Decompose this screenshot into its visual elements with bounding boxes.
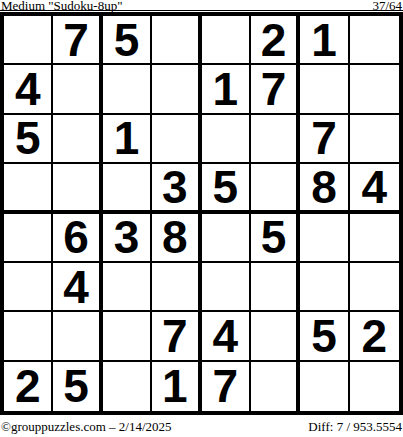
cell-r5c6-given-5: 5	[251, 214, 300, 263]
sudoku-board: 752141751735846385474522517	[0, 12, 403, 415]
copyright-date: ©grouppuzzles.com – 2/14/2025	[1, 419, 172, 435]
cell-r2c2-empty[interactable]	[53, 65, 102, 114]
cell-r5c7-empty[interactable]	[300, 214, 349, 263]
cell-r4c4-given-3: 3	[152, 164, 201, 213]
cell-r4c7-given-8: 8	[300, 164, 349, 213]
cell-r7c8-given-2: 2	[350, 312, 399, 361]
cell-r8c5-given-7: 7	[202, 362, 251, 411]
cell-r8c8-empty[interactable]	[350, 362, 399, 411]
puzzle-page: Medium "Sudoku-8up" 37/64 75214175173584…	[0, 0, 403, 437]
cell-r7c2-empty[interactable]	[53, 312, 102, 361]
cell-r8c2-given-5: 5	[53, 362, 102, 411]
cell-r1c1-empty[interactable]	[4, 16, 53, 65]
cell-r1c5-empty[interactable]	[202, 16, 251, 65]
cell-r1c4-empty[interactable]	[152, 16, 201, 65]
cell-r8c4-given-1: 1	[152, 362, 201, 411]
cell-r1c7-given-1: 1	[300, 16, 349, 65]
cell-r5c1-empty[interactable]	[4, 214, 53, 263]
cell-r6c6-empty[interactable]	[251, 263, 300, 312]
cell-r8c1-given-2: 2	[4, 362, 53, 411]
cell-r7c5-given-4: 4	[202, 312, 251, 361]
cell-r1c6-given-2: 2	[251, 16, 300, 65]
cell-r3c7-given-7: 7	[300, 115, 349, 164]
cell-r6c7-empty[interactable]	[300, 263, 349, 312]
cell-r6c8-empty[interactable]	[350, 263, 399, 312]
cell-r5c2-given-6: 6	[53, 214, 102, 263]
cell-r5c3-given-3: 3	[103, 214, 152, 263]
cell-r7c3-empty[interactable]	[103, 312, 152, 361]
page-header: Medium "Sudoku-8up" 37/64	[0, 0, 403, 11]
cell-r6c3-empty[interactable]	[103, 263, 152, 312]
cell-r3c3-given-1: 1	[103, 115, 152, 164]
cell-r6c4-empty[interactable]	[152, 263, 201, 312]
cell-r7c4-given-7: 7	[152, 312, 201, 361]
cell-r3c8-empty[interactable]	[350, 115, 399, 164]
cell-r7c7-given-5: 5	[300, 312, 349, 361]
cell-r5c5-empty[interactable]	[202, 214, 251, 263]
cell-r4c1-empty[interactable]	[4, 164, 53, 213]
cell-r3c1-given-5: 5	[4, 115, 53, 164]
difficulty-value: Diff: 7 / 953.5554	[308, 419, 402, 435]
cell-r8c6-empty[interactable]	[251, 362, 300, 411]
cell-r3c5-empty[interactable]	[202, 115, 251, 164]
cell-r2c4-empty[interactable]	[152, 65, 201, 114]
cell-r2c6-given-7: 7	[251, 65, 300, 114]
cell-r3c4-empty[interactable]	[152, 115, 201, 164]
cell-r4c3-empty[interactable]	[103, 164, 152, 213]
cell-r7c6-empty[interactable]	[251, 312, 300, 361]
cell-r5c8-empty[interactable]	[350, 214, 399, 263]
cell-r8c3-empty[interactable]	[103, 362, 152, 411]
cell-r1c2-given-7: 7	[53, 16, 102, 65]
cell-r6c1-empty[interactable]	[4, 263, 53, 312]
cell-r5c4-given-8: 8	[152, 214, 201, 263]
cell-r1c3-given-5: 5	[103, 16, 152, 65]
cell-r8c7-empty[interactable]	[300, 362, 349, 411]
cell-r3c6-empty[interactable]	[251, 115, 300, 164]
cell-r4c2-empty[interactable]	[53, 164, 102, 213]
cell-r2c3-empty[interactable]	[103, 65, 152, 114]
cell-r1c8-empty[interactable]	[350, 16, 399, 65]
cell-r3c2-empty[interactable]	[53, 115, 102, 164]
cell-r2c7-empty[interactable]	[300, 65, 349, 114]
cell-r6c5-empty[interactable]	[202, 263, 251, 312]
cell-r2c8-empty[interactable]	[350, 65, 399, 114]
cell-r4c5-given-5: 5	[202, 164, 251, 213]
cell-r4c6-empty[interactable]	[251, 164, 300, 213]
page-footer: ©grouppuzzles.com – 2/14/2025 Diff: 7 / …	[0, 419, 403, 435]
cell-r6c2-given-4: 4	[53, 263, 102, 312]
cell-r2c1-given-4: 4	[4, 65, 53, 114]
cell-r2c5-given-1: 1	[202, 65, 251, 114]
cell-r7c1-empty[interactable]	[4, 312, 53, 361]
cell-r4c8-given-4: 4	[350, 164, 399, 213]
